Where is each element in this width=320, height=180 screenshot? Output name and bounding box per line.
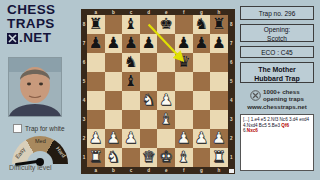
square-a8[interactable]: ♜: [87, 15, 105, 34]
piece-black-pawn[interactable]: ♟: [105, 34, 123, 53]
page-root: { "game": "chess", "position": { "fen": …: [0, 0, 320, 180]
piece-white-knight[interactable]: ♞: [105, 148, 123, 167]
piece-white-bishop[interactable]: ♝: [157, 110, 175, 129]
file-label-bottom-a: a: [87, 167, 105, 174]
square-g8[interactable]: ♞: [193, 15, 211, 34]
promo-url[interactable]: www.chesstraps.net: [240, 103, 314, 110]
square-f7[interactable]: ♟: [175, 34, 193, 53]
square-c4[interactable]: [122, 91, 140, 110]
square-e4[interactable]: ♟: [157, 91, 175, 110]
difficulty-med-label: Med: [35, 138, 46, 144]
promo-line2: opening traps: [263, 95, 304, 102]
piece-black-pawn[interactable]: ♟: [210, 34, 228, 53]
board-corner: [228, 167, 235, 174]
piece-black-pawn[interactable]: ♟: [87, 34, 105, 53]
rank-label-right-3: 3: [228, 110, 235, 129]
square-d2[interactable]: [140, 129, 158, 148]
square-c3[interactable]: [122, 110, 140, 129]
square-g2[interactable]: ♟: [193, 129, 211, 148]
eco-code: ECO : C45: [261, 49, 292, 56]
promo-block: 1000+ chess opening traps www.chesstraps…: [240, 88, 314, 110]
logo-line-chess: CHESS: [7, 3, 56, 17]
square-d3[interactable]: [140, 110, 158, 129]
promo-line1: 1000+ chess: [263, 88, 304, 95]
trap-number: Trap no. 296: [259, 10, 296, 17]
board-corner-mark: [229, 169, 234, 174]
trap-number-box: Trap no. 296: [240, 6, 314, 20]
square-h1[interactable]: ♜: [210, 148, 228, 167]
square-a4[interactable]: [87, 91, 105, 110]
square-b2[interactable]: ♟: [105, 129, 123, 148]
square-b4[interactable]: [105, 91, 123, 110]
square-h2[interactable]: ♟: [210, 129, 228, 148]
square-f1[interactable]: ♝: [175, 148, 193, 167]
square-e5[interactable]: [157, 72, 175, 91]
rank-label-right-5: 5: [228, 72, 235, 91]
square-d1[interactable]: ♛: [140, 148, 158, 167]
square-h5[interactable]: [210, 72, 228, 91]
square-a1[interactable]: ♜: [87, 148, 105, 167]
square-f4[interactable]: [175, 91, 193, 110]
rank-label-right-6: 6: [228, 53, 235, 72]
rank-label-right-1: 1: [228, 148, 235, 167]
presenter-photo: [8, 57, 62, 117]
square-g1[interactable]: [193, 148, 211, 167]
file-label-bottom-e: e: [157, 167, 175, 174]
piece-white-knight[interactable]: ♞: [140, 91, 158, 110]
square-h3[interactable]: [210, 110, 228, 129]
square-a2[interactable]: ♟: [87, 129, 105, 148]
piece-white-king[interactable]: ♚: [157, 148, 175, 167]
square-c1[interactable]: [122, 148, 140, 167]
square-c5[interactable]: ♝: [122, 72, 140, 91]
square-d4[interactable]: ♞: [140, 91, 158, 110]
piece-white-pawn[interactable]: ♟: [193, 129, 211, 148]
square-e2[interactable]: [157, 129, 175, 148]
square-e6[interactable]: [157, 53, 175, 72]
difficulty-gauge: Easy Med Hard: [12, 136, 68, 164]
square-h8[interactable]: ♜: [210, 15, 228, 34]
boxed-x-icon: [7, 33, 18, 44]
square-g5[interactable]: [193, 72, 211, 91]
rank-label-right-2: 2: [228, 129, 235, 148]
square-g4[interactable]: [193, 91, 211, 110]
piece-white-pawn[interactable]: ♟: [175, 129, 193, 148]
piece-black-pawn[interactable]: ♟: [140, 34, 158, 53]
piece-black-pawn[interactable]: ♟: [175, 34, 193, 53]
square-b6[interactable]: [105, 53, 123, 72]
file-label-bottom-c: c: [122, 167, 140, 174]
piece-white-rook[interactable]: ♜: [210, 148, 228, 167]
rank-label-right-4: 4: [228, 91, 235, 110]
square-f3[interactable]: [175, 110, 193, 129]
trap-name-line1: The Mother: [241, 65, 313, 74]
piece-black-bishop[interactable]: ♝: [122, 15, 140, 34]
square-d5[interactable]: [140, 72, 158, 91]
piece-black-rook[interactable]: ♜: [210, 15, 228, 34]
piece-black-rook[interactable]: ♜: [87, 15, 105, 34]
square-e3[interactable]: ♝: [157, 110, 175, 129]
opening-label: Opening:: [241, 26, 313, 35]
square-b1[interactable]: ♞: [105, 148, 123, 167]
piece-white-pawn[interactable]: ♟: [105, 129, 123, 148]
piece-black-knight[interactable]: ♞: [122, 53, 140, 72]
square-c6[interactable]: ♞: [122, 53, 140, 72]
square-c7[interactable]: ♟: [122, 34, 140, 53]
logo-suffix: .NET: [19, 31, 51, 45]
move-line-3[interactable]: 6.Nxc6: [243, 128, 311, 134]
trap-for-white-label: Trap for white: [25, 125, 65, 132]
square-a7[interactable]: ♟: [87, 34, 105, 53]
opening-name: Scotch: [241, 35, 313, 44]
square-f6[interactable]: ♛: [175, 53, 193, 72]
square-a5[interactable]: [87, 72, 105, 91]
piece-white-bishop[interactable]: ♝: [175, 148, 193, 167]
difficulty-label: Difficulty level: [9, 164, 52, 171]
square-f2[interactable]: ♟: [175, 129, 193, 148]
trap-for-white-row: Trap for white: [13, 124, 65, 133]
square-d7[interactable]: ♟: [140, 34, 158, 53]
rank-label-right-7: 7: [228, 34, 235, 53]
promo-boxed-x-icon: [250, 90, 261, 101]
piece-black-pawn[interactable]: ♟: [122, 34, 140, 53]
file-label-bottom-h: h: [210, 167, 228, 174]
piece-black-pawn[interactable]: ♟: [193, 34, 211, 53]
square-d6[interactable]: [140, 53, 158, 72]
piece-white-rook[interactable]: ♜: [87, 148, 105, 167]
eco-box: ECO : C45: [240, 46, 314, 58]
piece-white-pawn[interactable]: ♟: [157, 91, 175, 110]
piece-black-king[interactable]: ♚: [157, 15, 175, 34]
square-d8[interactable]: [140, 15, 158, 34]
opening-box: Opening: Scotch: [240, 24, 314, 42]
piece-white-pawn[interactable]: ♟: [122, 129, 140, 148]
square-g7[interactable]: ♟: [193, 34, 211, 53]
square-f8[interactable]: [175, 15, 193, 34]
piece-white-queen[interactable]: ♛: [140, 148, 158, 167]
square-h7[interactable]: ♟: [210, 34, 228, 53]
logo-line-traps: TRAPS: [7, 17, 56, 31]
square-a3[interactable]: [87, 110, 105, 129]
square-c8[interactable]: ♝: [122, 15, 140, 34]
square-b8[interactable]: [105, 15, 123, 34]
square-b5[interactable]: [105, 72, 123, 91]
file-label-bottom-b: b: [105, 167, 123, 174]
file-label-bottom-f: f: [175, 167, 193, 174]
piece-white-pawn[interactable]: ♟: [210, 129, 228, 148]
trap-name-line2: Hubbard Trap: [241, 74, 313, 83]
square-g6[interactable]: [193, 53, 211, 72]
square-b7[interactable]: ♟: [105, 34, 123, 53]
file-label-bottom-g: g: [193, 167, 211, 174]
piece-black-bishop[interactable]: ♝: [122, 72, 140, 91]
square-g3[interactable]: [193, 110, 211, 129]
trap-for-white-checkbox[interactable]: [13, 124, 22, 133]
square-a6[interactable]: [87, 53, 105, 72]
square-f5[interactable]: [175, 72, 193, 91]
piece-black-knight[interactable]: ♞: [193, 15, 211, 34]
trap-name-box: The Mother Hubbard Trap: [240, 62, 314, 83]
square-e8[interactable]: ♚: [157, 15, 175, 34]
square-e7[interactable]: [157, 34, 175, 53]
file-label-bottom-d: d: [140, 167, 158, 174]
move-list-box[interactable]: [...] 1.e4 e5 2.Nf3 Nc6 3.d4 exd44.Nxd4 …: [240, 114, 314, 171]
chess-board: abcdefgh8♜♝♚♞♜87♟♟♟♟♟♟♟76♞♛65♝54♞♟43♝32♟…: [81, 9, 235, 174]
square-h6[interactable]: [210, 53, 228, 72]
square-b3[interactable]: [105, 110, 123, 129]
rank-label-right-8: 8: [228, 15, 235, 34]
piece-white-pawn[interactable]: ♟: [87, 129, 105, 148]
square-e1[interactable]: ♚: [157, 148, 175, 167]
site-logo: CHESS TRAPS .NET: [7, 3, 56, 45]
square-c2[interactable]: ♟: [122, 129, 140, 148]
square-h4[interactable]: [210, 91, 228, 110]
piece-black-queen[interactable]: ♛: [175, 53, 193, 72]
